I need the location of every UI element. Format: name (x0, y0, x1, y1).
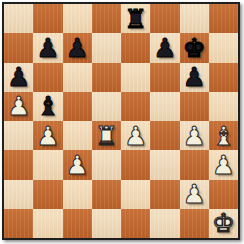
white-pawn-icon[interactable]: ♟ (36, 123, 59, 149)
black-pawn-icon[interactable]: ♟ (7, 64, 30, 90)
white-king-icon[interactable]: ♚ (212, 210, 235, 236)
square-a1[interactable] (4, 209, 33, 238)
square-e1[interactable] (121, 209, 150, 238)
square-d6[interactable] (92, 63, 121, 92)
square-c5[interactable] (63, 92, 92, 121)
square-d2[interactable] (92, 180, 121, 209)
square-g5[interactable] (180, 92, 209, 121)
square-c3[interactable]: ♟ (63, 150, 92, 179)
white-pawn-icon[interactable]: ♟ (65, 152, 88, 178)
square-c7[interactable]: ♟ (63, 33, 92, 62)
square-f6[interactable] (150, 63, 179, 92)
square-e3[interactable] (121, 150, 150, 179)
square-e2[interactable] (121, 180, 150, 209)
black-pawn-icon[interactable]: ♟ (153, 35, 176, 61)
board-border: ♜♟♟♟♚♟♟♟♝♟♜♟♟♝♟♟♟♚ (2, 2, 240, 240)
square-c8[interactable] (63, 4, 92, 33)
square-h4[interactable]: ♝ (209, 121, 238, 150)
square-a7[interactable] (4, 33, 33, 62)
white-pawn-icon[interactable]: ♟ (7, 93, 30, 119)
square-c2[interactable] (63, 180, 92, 209)
black-rook-icon[interactable]: ♜ (124, 6, 147, 32)
square-h3[interactable]: ♟ (209, 150, 238, 179)
square-f5[interactable] (150, 92, 179, 121)
black-pawn-icon[interactable]: ♟ (182, 64, 205, 90)
white-pawn-icon[interactable]: ♟ (182, 181, 205, 207)
square-f3[interactable] (150, 150, 179, 179)
square-c4[interactable] (63, 121, 92, 150)
square-d1[interactable] (92, 209, 121, 238)
square-b2[interactable] (33, 180, 62, 209)
square-b3[interactable] (33, 150, 62, 179)
square-h7[interactable] (209, 33, 238, 62)
square-h2[interactable] (209, 180, 238, 209)
chess-board: ♜♟♟♟♚♟♟♟♝♟♜♟♟♝♟♟♟♚ (4, 4, 238, 238)
square-d5[interactable] (92, 92, 121, 121)
square-f4[interactable] (150, 121, 179, 150)
square-b7[interactable]: ♟ (33, 33, 62, 62)
square-e8[interactable]: ♜ (121, 4, 150, 33)
square-e5[interactable] (121, 92, 150, 121)
white-rook-icon[interactable]: ♜ (95, 123, 118, 149)
square-h1[interactable]: ♚ (209, 209, 238, 238)
black-bishop-icon[interactable]: ♝ (36, 93, 59, 119)
square-a4[interactable] (4, 121, 33, 150)
square-h6[interactable] (209, 63, 238, 92)
white-pawn-icon[interactable]: ♟ (212, 152, 235, 178)
white-bishop-icon[interactable]: ♝ (212, 123, 235, 149)
square-g7[interactable]: ♚ (180, 33, 209, 62)
square-a3[interactable] (4, 150, 33, 179)
square-d8[interactable] (92, 4, 121, 33)
square-d3[interactable] (92, 150, 121, 179)
square-g6[interactable]: ♟ (180, 63, 209, 92)
square-g2[interactable]: ♟ (180, 180, 209, 209)
square-h5[interactable] (209, 92, 238, 121)
white-pawn-icon[interactable]: ♟ (182, 123, 205, 149)
black-pawn-icon[interactable]: ♟ (36, 35, 59, 61)
square-f1[interactable] (150, 209, 179, 238)
black-pawn-icon[interactable]: ♟ (65, 35, 88, 61)
photo-frame: ♜♟♟♟♚♟♟♟♝♟♜♟♟♝♟♟♟♚ (0, 0, 244, 244)
square-d4[interactable]: ♜ (92, 121, 121, 150)
square-b8[interactable] (33, 4, 62, 33)
square-c6[interactable] (63, 63, 92, 92)
square-g1[interactable] (180, 209, 209, 238)
square-a6[interactable]: ♟ (4, 63, 33, 92)
square-f8[interactable] (150, 4, 179, 33)
square-b4[interactable]: ♟ (33, 121, 62, 150)
square-b6[interactable] (33, 63, 62, 92)
black-king-icon[interactable]: ♚ (182, 35, 205, 61)
square-g4[interactable]: ♟ (180, 121, 209, 150)
square-g3[interactable] (180, 150, 209, 179)
square-a2[interactable] (4, 180, 33, 209)
square-a8[interactable] (4, 4, 33, 33)
square-d7[interactable] (92, 33, 121, 62)
square-b1[interactable] (33, 209, 62, 238)
square-f2[interactable] (150, 180, 179, 209)
square-h8[interactable] (209, 4, 238, 33)
white-pawn-icon[interactable]: ♟ (124, 123, 147, 149)
square-b5[interactable]: ♝ (33, 92, 62, 121)
square-e4[interactable]: ♟ (121, 121, 150, 150)
square-c1[interactable] (63, 209, 92, 238)
square-a5[interactable]: ♟ (4, 92, 33, 121)
square-g8[interactable] (180, 4, 209, 33)
square-f7[interactable]: ♟ (150, 33, 179, 62)
square-e7[interactable] (121, 33, 150, 62)
square-e6[interactable] (121, 63, 150, 92)
